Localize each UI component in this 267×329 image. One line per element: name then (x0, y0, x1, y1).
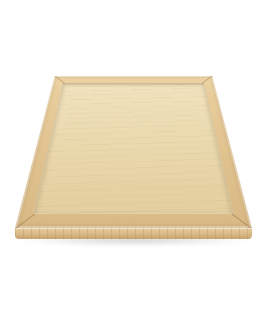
ludo-product-photo (0, 0, 267, 329)
frame-front-edge (15, 228, 252, 239)
scene (0, 0, 267, 329)
board-surface (33, 83, 234, 214)
ludo-board (15, 76, 252, 228)
wood-grain (15, 228, 252, 239)
wooden-frame (15, 76, 252, 228)
ludo-cross (42, 86, 224, 206)
